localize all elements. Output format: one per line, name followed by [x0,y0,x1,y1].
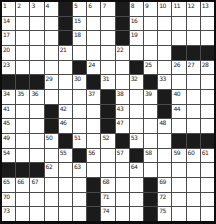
cell-r2c13[interactable] [172,17,185,31]
cell-r8c10[interactable] [130,105,143,119]
cell-r13c10[interactable] [130,178,143,192]
cell-r10c11[interactable] [144,134,157,148]
cell-r5c9[interactable] [116,61,129,75]
black-cell-r10c14 [187,134,200,148]
cell-r2c6[interactable]: 15 [73,17,86,31]
clue-number-16: 16 [131,17,138,24]
cell-r15c4[interactable] [45,207,58,221]
black-cell-r8c8 [101,105,114,119]
clue-number-71: 71 [102,193,109,200]
cell-r14c14[interactable] [187,193,200,207]
clue-number-54: 54 [3,149,10,156]
black-cell-r8c4 [45,105,58,119]
clue-number-4: 4 [46,2,49,9]
cell-r9c12[interactable]: 48 [158,119,171,133]
cell-r15c3[interactable] [30,207,43,221]
cell-r2c15[interactable] [201,17,214,31]
clue-number-55: 55 [60,149,67,156]
cell-r8c7[interactable] [87,105,100,119]
black-cell-r6c7 [87,75,100,89]
cell-r7c11[interactable]: 39 [144,90,157,104]
black-cell-r7c12 [158,90,171,104]
clue-number-11: 11 [173,2,180,9]
clue-number-28: 28 [202,61,209,68]
clue-number-48: 48 [159,119,166,126]
clue-number-38: 38 [117,90,124,97]
black-cell-r13c11 [144,178,157,192]
cell-r13c2[interactable]: 66 [16,178,29,192]
cell-r8c15[interactable] [201,105,214,119]
cell-r8c3[interactable] [30,105,43,119]
clue-number-7: 7 [102,2,105,9]
black-cell-r12c1 [2,163,15,177]
cell-r6c8[interactable]: 31 [101,75,114,89]
clue-number-41: 41 [3,105,10,112]
cell-r3c1[interactable]: 17 [2,31,15,45]
cell-r2c10[interactable]: 16 [130,17,143,31]
cell-r7c13[interactable]: 40 [172,90,185,104]
cell-r10c7[interactable] [87,134,100,148]
cell-r13c13[interactable] [172,178,185,192]
cell-r12c7[interactable] [87,163,100,177]
cell-r4c12[interactable] [158,46,171,60]
cell-r14c2[interactable] [16,193,29,207]
clue-number-8: 8 [131,2,134,9]
cell-r1c12[interactable]: 10 [158,2,171,16]
clue-number-61: 61 [202,149,209,156]
clue-number-17: 17 [3,31,10,38]
cell-r1c1[interactable]: 1 [2,2,15,16]
cell-r4c3[interactable] [30,46,43,60]
cell-r8c9[interactable]: 43 [116,105,129,119]
cell-r12c11[interactable] [144,163,157,177]
cell-r10c12[interactable] [158,134,171,148]
clue-number-72: 72 [159,193,166,200]
black-cell-r10c13 [172,134,185,148]
clue-number-23: 23 [3,61,10,68]
clue-number-34: 34 [3,90,10,97]
cell-r1c3[interactable]: 3 [30,2,43,16]
black-cell-r7c8 [101,90,114,104]
cell-r7c6[interactable] [73,90,86,104]
black-cell-r1c5 [59,2,72,16]
cell-r11c2[interactable] [16,149,29,163]
cell-r11c9[interactable]: 57 [116,149,129,163]
clue-number-21: 21 [60,46,67,53]
cell-r7c4[interactable] [45,90,58,104]
cell-r11c12[interactable] [158,149,171,163]
clue-number-29: 29 [46,75,53,82]
clue-number-65: 65 [3,178,10,185]
black-cell-r10c5 [59,134,72,148]
cell-r7c1[interactable]: 34 [2,90,15,104]
cell-r1c11[interactable]: 9 [144,2,157,16]
clue-number-52: 52 [102,134,109,141]
clue-number-53: 53 [131,134,138,141]
cell-r11c13[interactable]: 59 [172,149,185,163]
clue-number-22: 22 [117,46,124,53]
clue-number-67: 67 [31,178,38,185]
clue-number-63: 63 [74,163,81,170]
cell-r14c10[interactable] [130,193,143,207]
cell-r15c2[interactable] [16,207,29,221]
cell-r5c12[interactable] [158,61,171,75]
cell-r1c7[interactable]: 6 [87,2,100,16]
cell-r13c9[interactable] [116,178,129,192]
cell-r4c5[interactable]: 21 [59,46,72,60]
cell-r13c3[interactable]: 67 [30,178,43,192]
clue-number-40: 40 [173,90,180,97]
clue-number-75: 75 [159,207,166,214]
black-cell-r15c7 [87,207,100,221]
clue-number-9: 9 [145,2,148,9]
cell-r9c9[interactable]: 47 [116,119,129,133]
clue-number-42: 42 [60,105,67,112]
cell-r9c10[interactable] [130,119,143,133]
cell-r2c12[interactable] [158,17,171,31]
cell-r3c14[interactable] [187,31,200,45]
black-cell-r3c5 [59,31,72,45]
cell-r11c5[interactable]: 55 [59,149,72,163]
clue-number-37: 37 [88,90,95,97]
cell-r2c2[interactable] [16,17,29,31]
cell-r10c2[interactable] [16,134,29,148]
cell-r15c15[interactable] [201,207,214,221]
cell-r10c10[interactable]: 53 [130,134,143,148]
cell-r1c8[interactable]: 7 [101,2,114,16]
cell-r12c14[interactable] [187,163,200,177]
cell-r5c13[interactable]: 26 [172,61,185,75]
cell-r5c4[interactable] [45,61,58,75]
cell-r14c5[interactable] [59,193,72,207]
cell-r11c3[interactable] [30,149,43,163]
clue-number-27: 27 [188,61,195,68]
black-cell-r6c3 [30,75,43,89]
cell-r10c3[interactable] [30,134,43,148]
cell-r12c10[interactable]: 64 [130,163,143,177]
cell-r10c1[interactable]: 49 [2,134,15,148]
clue-number-74: 74 [102,207,109,214]
black-cell-r4c14 [187,46,200,60]
black-cell-r13c7 [87,178,100,192]
cell-r7c15[interactable] [201,90,214,104]
cell-r2c14[interactable] [187,17,200,31]
clue-number-19: 19 [131,31,138,38]
cell-r6c12[interactable]: 33 [158,75,171,89]
clue-number-60: 60 [188,149,195,156]
cell-r3c13[interactable] [172,31,185,45]
cell-r6c15[interactable] [201,75,214,89]
cell-r2c3[interactable] [30,17,43,31]
cell-r3c4[interactable] [45,31,58,45]
clue-number-58: 58 [145,149,152,156]
clue-number-2: 2 [17,2,20,9]
black-cell-r2c9 [116,17,129,31]
cell-r13c8[interactable]: 68 [101,178,114,192]
black-cell-r10c9 [116,134,129,148]
cell-r11c8[interactable] [101,149,114,163]
cell-r4c7[interactable] [87,46,100,60]
black-cell-r14c7 [87,193,100,207]
cell-r7c14[interactable] [187,90,200,104]
cell-r9c5[interactable]: 46 [59,119,72,133]
cell-r10c6[interactable]: 51 [73,134,86,148]
cell-r8c6[interactable] [73,105,86,119]
clue-number-18: 18 [74,31,81,38]
clue-number-25: 25 [145,61,152,68]
black-cell-r14c11 [144,193,157,207]
clue-number-3: 3 [31,2,34,9]
cell-r7c9[interactable]: 38 [116,90,129,104]
cell-r11c11[interactable]: 58 [144,149,157,163]
cell-r15c9[interactable] [116,207,129,221]
cell-r8c1[interactable]: 41 [2,105,15,119]
cell-r1c15[interactable]: 13 [201,2,214,16]
cell-r4c9[interactable]: 22 [116,46,129,60]
cell-r1c10[interactable]: 8 [130,2,143,16]
cell-r5c7[interactable]: 24 [87,61,100,75]
black-cell-r11c10 [130,149,143,163]
cell-r14c1[interactable]: 70 [2,193,15,207]
cell-r9c7[interactable] [87,119,100,133]
cell-r8c13[interactable]: 44 [172,105,185,119]
cell-r2c4[interactable] [45,17,58,31]
cell-r14c15[interactable] [201,193,214,207]
clue-number-13: 13 [202,2,209,9]
black-cell-r5c6 [73,61,86,75]
cell-r2c1[interactable]: 14 [2,17,15,31]
cell-r6c13[interactable] [172,75,185,89]
black-cell-r12c3 [30,163,43,177]
clue-number-36: 36 [31,90,38,97]
cell-r5c14[interactable]: 27 [187,61,200,75]
cell-r11c7[interactable]: 56 [87,149,100,163]
cell-r9c14[interactable] [187,119,200,133]
clue-number-14: 14 [3,17,10,24]
cell-r2c8[interactable] [101,17,114,31]
clue-number-57: 57 [117,149,124,156]
cell-r14c9[interactable] [116,193,129,207]
cell-r13c5[interactable] [59,178,72,192]
clue-number-31: 31 [102,75,109,82]
cell-r11c4[interactable] [45,149,58,163]
cell-r9c1[interactable]: 45 [2,119,15,133]
cell-r9c2[interactable] [16,119,29,133]
cell-r4c2[interactable] [16,46,29,60]
cell-r5c3[interactable] [30,61,43,75]
cell-r13c14[interactable] [187,178,200,192]
cell-r5c5[interactable] [59,61,72,75]
black-cell-r10c15 [201,134,214,148]
cell-r2c11[interactable] [144,17,157,31]
clue-number-70: 70 [3,193,10,200]
cell-r3c8[interactable] [101,31,114,45]
cell-r15c5[interactable] [59,207,72,221]
cell-r8c5[interactable]: 42 [59,105,72,119]
cell-r9c11[interactable] [144,119,157,133]
cell-r7c10[interactable] [130,90,143,104]
cell-r14c13[interactable] [172,193,185,207]
cell-r15c14[interactable] [187,207,200,221]
cell-r15c13[interactable] [172,207,185,221]
cell-r14c3[interactable] [30,193,43,207]
black-cell-r12c2 [16,163,29,177]
cell-r5c8[interactable] [101,61,114,75]
black-cell-r9c4 [45,119,58,133]
cell-r12c12[interactable] [158,163,171,177]
black-cell-r15c11 [144,207,157,221]
cell-r10c4[interactable]: 50 [45,134,58,148]
cell-r1c6[interactable]: 5 [73,2,86,16]
cell-r1c13[interactable]: 11 [172,2,185,16]
cell-r12c8[interactable] [101,163,114,177]
cell-r15c12[interactable]: 75 [158,207,171,221]
clue-number-68: 68 [102,178,109,185]
cell-r15c6[interactable] [73,207,86,221]
clue-number-46: 46 [60,119,67,126]
cell-r7c7[interactable]: 37 [87,90,100,104]
cell-r3c6[interactable]: 18 [73,31,86,45]
cell-r1c4[interactable]: 4 [45,2,58,16]
clue-number-39: 39 [145,90,152,97]
cell-r7c3[interactable]: 36 [30,90,43,104]
black-cell-r5c10 [130,61,143,75]
clue-number-64: 64 [131,163,138,170]
clue-number-73: 73 [3,207,10,214]
cell-r8c11[interactable] [144,105,157,119]
black-cell-r9c8 [101,119,114,133]
cell-r6c6[interactable]: 30 [73,75,86,89]
cell-r3c15[interactable] [201,31,214,45]
clue-number-59: 59 [173,149,180,156]
cell-r12c6[interactable]: 63 [73,163,86,177]
clue-number-47: 47 [117,119,124,126]
clue-number-1: 1 [3,2,6,9]
black-cell-r6c11 [144,75,157,89]
cell-r4c6[interactable] [73,46,86,60]
cell-r6c10[interactable]: 32 [130,75,143,89]
clue-number-49: 49 [3,134,10,141]
black-cell-r4c15 [201,46,214,60]
black-cell-r2c5 [59,17,72,31]
clue-number-69: 69 [159,178,166,185]
cell-r6c9[interactable] [116,75,129,89]
black-cell-r11c6 [73,149,86,163]
clue-number-43: 43 [117,105,124,112]
clue-number-35: 35 [17,90,24,97]
cell-r6c5[interactable] [59,75,72,89]
clue-number-66: 66 [17,178,24,185]
cell-r3c2[interactable] [16,31,29,45]
clue-number-50: 50 [46,134,53,141]
cell-r3c12[interactable] [158,31,171,45]
cell-r4c4[interactable] [45,46,58,60]
cell-r14c12[interactable]: 72 [158,193,171,207]
cell-r3c11[interactable] [144,31,157,45]
cell-r13c15[interactable] [201,178,214,192]
cell-r4c8[interactable] [101,46,114,60]
cell-r7c2[interactable]: 35 [16,90,29,104]
cell-r5c2[interactable] [16,61,29,75]
cell-r14c8[interactable]: 71 [101,193,114,207]
clue-number-5: 5 [74,2,77,9]
clue-number-33: 33 [159,75,166,82]
cell-r3c7[interactable] [87,31,100,45]
crossword-board: 1234567891011121314151617181920212223242… [0,0,216,224]
cell-r13c12[interactable]: 69 [158,178,171,192]
cell-r13c1[interactable]: 65 [2,178,15,192]
cell-r11c15[interactable]: 61 [201,149,214,163]
cell-r8c2[interactable] [16,105,29,119]
cell-r9c6[interactable] [73,119,86,133]
black-cell-r6c1 [2,75,15,89]
clue-number-30: 30 [74,75,81,82]
cell-r2c7[interactable] [87,17,100,31]
cell-r9c3[interactable] [30,119,43,133]
cell-r13c6[interactable] [73,178,86,192]
cell-r9c15[interactable] [201,119,214,133]
clue-number-6: 6 [88,2,91,9]
cell-r5c11[interactable]: 25 [144,61,157,75]
black-cell-r8c12 [158,105,171,119]
cell-r12c13[interactable] [172,163,185,177]
cell-r3c10[interactable]: 19 [130,31,143,45]
black-cell-r3c9 [116,31,129,45]
black-cell-r1c9 [116,2,129,16]
cell-r1c2[interactable]: 2 [16,2,29,16]
cell-r4c11[interactable] [144,46,157,60]
cell-r1c14[interactable]: 12 [187,2,200,16]
clue-number-26: 26 [173,61,180,68]
cell-r6c4[interactable]: 29 [45,75,58,89]
cell-r4c1[interactable]: 20 [2,46,15,60]
black-cell-r4c13 [172,46,185,60]
cell-r14c4[interactable] [45,193,58,207]
cell-r12c5[interactable] [59,163,72,177]
cell-r7c5[interactable] [59,90,72,104]
cell-r12c4[interactable]: 62 [45,163,58,177]
cell-r8c14[interactable] [187,105,200,119]
cell-r11c1[interactable]: 54 [2,149,15,163]
cell-r6c14[interactable] [187,75,200,89]
clue-number-10: 10 [159,2,166,9]
cell-r4c10[interactable] [130,46,143,60]
cell-r15c8[interactable]: 74 [101,207,114,221]
cell-r11c14[interactable]: 60 [187,149,200,163]
cell-r15c1[interactable]: 73 [2,207,15,221]
clue-number-32: 32 [131,75,138,82]
clue-number-15: 15 [74,17,81,24]
cell-r3c3[interactable] [30,31,43,45]
cell-r9c13[interactable] [172,119,185,133]
cell-r12c9[interactable] [116,163,129,177]
clue-number-12: 12 [188,2,195,9]
clue-number-51: 51 [74,134,81,141]
cell-r14c6[interactable] [73,193,86,207]
cell-r5c15[interactable]: 28 [201,61,214,75]
cell-r13c4[interactable] [45,178,58,192]
black-cell-r6c2 [16,75,29,89]
clue-number-56: 56 [88,149,95,156]
clue-number-62: 62 [46,163,53,170]
clue-number-44: 44 [173,105,180,112]
cell-r15c10[interactable] [130,207,143,221]
clue-number-20: 20 [3,46,10,53]
clue-number-45: 45 [3,119,10,126]
cell-r12c15[interactable] [201,163,214,177]
cell-r10c8[interactable]: 52 [101,134,114,148]
cell-r5c1[interactable]: 23 [2,61,15,75]
